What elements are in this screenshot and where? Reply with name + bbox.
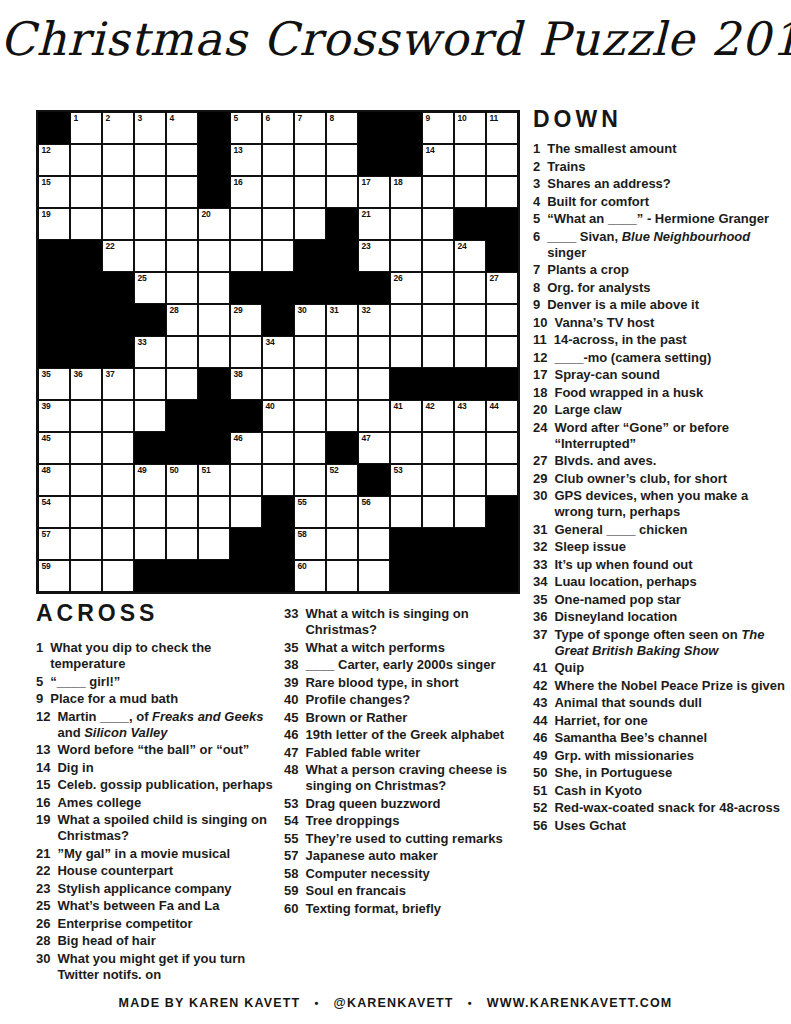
grid-cell[interactable]: 35 — [38, 368, 70, 400]
grid-cell[interactable] — [134, 176, 166, 208]
grid-cell[interactable]: 45 — [38, 432, 70, 464]
cell-number: 50 — [170, 465, 179, 475]
down-clues-section: DOWN 1The smallest amount2Trains3Shares … — [533, 106, 789, 835]
clue-number: 35 — [533, 592, 547, 608]
grid-cell[interactable] — [294, 400, 326, 432]
grid-cell[interactable]: 42 — [422, 400, 454, 432]
grid-cell[interactable] — [134, 368, 166, 400]
clue-text: Drag queen buzzword — [305, 796, 534, 812]
grid-cell[interactable]: 53 — [390, 464, 422, 496]
grid-cell[interactable] — [230, 464, 262, 496]
cell-number: 44 — [490, 401, 499, 411]
grid-cell[interactable] — [262, 144, 294, 176]
across-clue-list-col2: 33What a witch is singing on Christmas?3… — [284, 606, 534, 918]
grid-cell[interactable] — [422, 464, 454, 496]
grid-cell[interactable]: 2 — [102, 112, 134, 144]
grid-cell[interactable] — [70, 560, 102, 592]
grid-cell[interactable] — [134, 496, 166, 528]
grid-cell[interactable] — [422, 496, 454, 528]
grid-cell[interactable]: 19 — [38, 208, 70, 240]
clue-number: 54 — [284, 813, 298, 829]
footer-bullet: • — [468, 997, 473, 1009]
clue-number: 49 — [533, 748, 547, 764]
grid-cell[interactable] — [294, 432, 326, 464]
clue-down-24: 24Word after “Gone” or before “Interrupt… — [533, 420, 789, 452]
cell-number: 23 — [362, 241, 371, 251]
grid-cell[interactable] — [390, 304, 422, 336]
clue-number: 42 — [533, 678, 547, 694]
grid-cell[interactable] — [134, 144, 166, 176]
cell-number: 22 — [106, 241, 115, 251]
grid-cell[interactable]: 55 — [294, 496, 326, 528]
across-clue-list-col1: 1What you dip to check the temperature5“… — [36, 640, 286, 984]
clue-across-22: 22House counterpart — [36, 863, 286, 879]
cell-number: 10 — [458, 113, 467, 123]
grid-cell[interactable] — [102, 144, 134, 176]
grid-cell[interactable] — [454, 464, 486, 496]
cell-number: 17 — [362, 177, 371, 187]
cell-number: 31 — [330, 305, 339, 315]
clue-across-35: 35What a witch performs — [284, 640, 534, 656]
clue-across-9: 9Place for a mud bath — [36, 691, 286, 707]
clue-number: 34 — [533, 574, 547, 590]
grid-cell[interactable] — [262, 176, 294, 208]
grid-cell[interactable] — [294, 368, 326, 400]
clue-text: Blvds. and aves. — [554, 453, 789, 469]
grid-cell[interactable]: 20 — [198, 208, 230, 240]
cell-number: 9 — [426, 113, 430, 123]
grid-cell[interactable] — [454, 336, 486, 368]
clue-down-43: 43Animal that sounds dull — [533, 695, 789, 711]
clue-text: Grp. with missionaries — [554, 748, 789, 764]
grid-cell[interactable]: 51 — [198, 464, 230, 496]
grid-cell[interactable]: 16 — [230, 176, 262, 208]
grid-cell[interactable] — [454, 496, 486, 528]
clue-text: ____ Sivan, Blue Neighbourhood singer — [547, 229, 789, 261]
grid-cell[interactable]: 12 — [38, 144, 70, 176]
clue-number: 33 — [533, 557, 547, 573]
footer-made-by: MADE BY KAREN KAVETT — [119, 996, 301, 1010]
grid-cell-black — [294, 240, 326, 272]
grid-cell[interactable]: 48 — [38, 464, 70, 496]
clue-across-14: 14Dig in — [36, 760, 286, 776]
grid-cell[interactable] — [198, 528, 230, 560]
grid-cell[interactable]: 25 — [134, 272, 166, 304]
clue-text: She, in Portuguese — [554, 765, 789, 781]
grid-cell-black — [262, 496, 294, 528]
footer-website: WWW.KARENKAVETT.COM — [487, 996, 673, 1010]
grid-cell[interactable]: 60 — [294, 560, 326, 592]
grid-cell[interactable] — [198, 336, 230, 368]
cell-number: 28 — [170, 305, 179, 315]
grid-cell[interactable] — [294, 336, 326, 368]
grid-cell[interactable]: 5 — [230, 112, 262, 144]
grid-cell[interactable] — [166, 144, 198, 176]
clue-text: What’s between Fa and La — [57, 898, 286, 914]
grid-cell-black — [198, 368, 230, 400]
cell-number: 7 — [298, 113, 302, 123]
clue-number: 56 — [533, 818, 547, 834]
clue-text: Trains — [547, 159, 789, 175]
grid-cell[interactable]: 8 — [326, 112, 358, 144]
clue-number: 22 — [36, 863, 50, 879]
grid-cell[interactable] — [422, 432, 454, 464]
grid-cell[interactable] — [294, 208, 326, 240]
grid-cell[interactable]: 57 — [38, 528, 70, 560]
grid-cell[interactable] — [102, 208, 134, 240]
clue-across-38: 38____ Carter, early 2000s singer — [284, 657, 534, 673]
clue-across-33: 33What a witch is singing on Christmas? — [284, 606, 534, 638]
grid-cell[interactable] — [390, 496, 422, 528]
grid-cell[interactable] — [166, 208, 198, 240]
grid-cell-black — [390, 144, 422, 176]
grid-cell-black — [102, 336, 134, 368]
clue-text: Texting format, briefly — [305, 901, 534, 917]
cell-number: 29 — [234, 305, 243, 315]
grid-cell[interactable] — [166, 496, 198, 528]
grid-cell-black — [326, 208, 358, 240]
grid-cell[interactable] — [102, 464, 134, 496]
grid-cell[interactable] — [294, 144, 326, 176]
clue-text: Tree droppings — [305, 813, 534, 829]
grid-cell[interactable] — [486, 432, 518, 464]
grid-cell[interactable]: 1 — [70, 112, 102, 144]
clue-number: 11 — [533, 332, 547, 348]
grid-cell[interactable]: 56 — [358, 496, 390, 528]
grid-cell[interactable] — [486, 336, 518, 368]
grid-cell[interactable] — [102, 496, 134, 528]
grid-cell[interactable]: 18 — [390, 176, 422, 208]
cell-number: 60 — [298, 561, 307, 571]
grid-cell-black — [390, 368, 422, 400]
grid-cell[interactable] — [198, 304, 230, 336]
grid-cell[interactable]: 34 — [262, 336, 294, 368]
grid-cell[interactable]: 47 — [358, 432, 390, 464]
clue-across-23: 23Stylish applicance company — [36, 881, 286, 897]
clue-number: 28 — [36, 933, 50, 949]
clue-number: 1 — [533, 141, 540, 157]
cell-number: 46 — [234, 433, 243, 443]
grid-cell[interactable] — [326, 176, 358, 208]
grid-cell[interactable]: 46 — [230, 432, 262, 464]
grid-cell[interactable]: 24 — [454, 240, 486, 272]
clue-down-41: 41Quip — [533, 660, 789, 676]
grid-cell[interactable] — [358, 560, 390, 592]
clue-down-29: 29Club owner’s club, for short — [533, 471, 789, 487]
clue-number: 5 — [533, 211, 540, 227]
grid-cell[interactable] — [166, 176, 198, 208]
grid-cell[interactable] — [326, 336, 358, 368]
grid-cell-black — [486, 368, 518, 400]
grid-cell[interactable]: 23 — [358, 240, 390, 272]
grid-cell[interactable] — [166, 272, 198, 304]
clue-text: Japanese auto maker — [305, 848, 534, 864]
grid-cell[interactable]: 30 — [294, 304, 326, 336]
grid-cell-black — [70, 336, 102, 368]
cell-number: 35 — [42, 369, 51, 379]
clue-text: Enterprise competitor — [57, 916, 286, 932]
grid-cell[interactable]: 4 — [166, 112, 198, 144]
grid-cell[interactable] — [454, 144, 486, 176]
grid-cell[interactable] — [102, 560, 134, 592]
grid-cell[interactable] — [134, 208, 166, 240]
clue-across-19: 19What a spoiled child is singing on Chr… — [36, 812, 286, 844]
grid-cell[interactable] — [102, 432, 134, 464]
grid-cell[interactable] — [230, 240, 262, 272]
grid-cell[interactable] — [486, 464, 518, 496]
grid-cell[interactable] — [134, 240, 166, 272]
grid-cell[interactable] — [390, 336, 422, 368]
grid-cell[interactable]: 26 — [390, 272, 422, 304]
grid-cell[interactable] — [230, 336, 262, 368]
grid-cell[interactable] — [262, 208, 294, 240]
grid-cell[interactable] — [70, 176, 102, 208]
clue-number: 46 — [284, 727, 298, 743]
grid-cell[interactable] — [70, 496, 102, 528]
grid-cell[interactable]: 3 — [134, 112, 166, 144]
grid-cell[interactable] — [454, 272, 486, 304]
grid-cell[interactable] — [326, 560, 358, 592]
clue-across-15: 15Celeb. gossip publication, perhaps — [36, 777, 286, 793]
grid-cell[interactable] — [454, 176, 486, 208]
clue-number: 53 — [284, 796, 298, 812]
clue-text: GPS devices, when you make a wrong turn,… — [554, 488, 789, 520]
grid-cell[interactable] — [486, 176, 518, 208]
clue-across-45: 45Brown or Rather — [284, 710, 534, 726]
grid-cell-black — [38, 272, 70, 304]
clue-text: What a person craving cheese is singing … — [305, 762, 534, 794]
grid-cell[interactable] — [390, 432, 422, 464]
grid-cell[interactable]: 44 — [486, 400, 518, 432]
grid-cell-black — [422, 560, 454, 592]
clue-number: 29 — [533, 471, 547, 487]
grid-cell[interactable] — [422, 304, 454, 336]
grid-cell[interactable]: 17 — [358, 176, 390, 208]
grid-cell[interactable]: 15 — [38, 176, 70, 208]
grid-cell[interactable] — [70, 464, 102, 496]
grid-cell[interactable] — [486, 304, 518, 336]
grid-cell-black — [454, 560, 486, 592]
grid-cell[interactable] — [390, 240, 422, 272]
clue-number: 12 — [533, 350, 547, 366]
cell-number: 49 — [138, 465, 147, 475]
grid-cell[interactable]: 21 — [358, 208, 390, 240]
grid-cell[interactable]: 39 — [38, 400, 70, 432]
grid-cell[interactable] — [326, 400, 358, 432]
grid-cell[interactable] — [326, 368, 358, 400]
clue-across-57: 57Japanese auto maker — [284, 848, 534, 864]
grid-cell[interactable]: 38 — [230, 368, 262, 400]
clue-down-6: 6____ Sivan, Blue Neighbourhood singer — [533, 229, 789, 261]
grid-cell-black — [230, 272, 262, 304]
grid-cell[interactable] — [326, 528, 358, 560]
clue-text: Org. for analysts — [547, 280, 789, 296]
grid-cell[interactable]: 49 — [134, 464, 166, 496]
grid-cell[interactable] — [102, 176, 134, 208]
grid-cell[interactable]: 14 — [422, 144, 454, 176]
grid-cell[interactable]: 29 — [230, 304, 262, 336]
grid-cell-black — [38, 336, 70, 368]
grid-cell[interactable]: 28 — [166, 304, 198, 336]
clue-across-13: 13Word before “the ball” or “out” — [36, 742, 286, 758]
clue-across-26: 26Enterprise competitor — [36, 916, 286, 932]
grid-cell[interactable] — [454, 432, 486, 464]
grid-cell[interactable]: 6 — [262, 112, 294, 144]
cell-number: 6 — [266, 113, 270, 123]
grid-cell[interactable] — [166, 240, 198, 272]
grid-cell[interactable] — [102, 400, 134, 432]
grid-cell[interactable]: 27 — [486, 272, 518, 304]
cell-number: 30 — [298, 305, 307, 315]
grid-cell[interactable] — [166, 528, 198, 560]
grid-cell[interactable] — [326, 144, 358, 176]
grid-cell[interactable] — [262, 240, 294, 272]
clue-number: 45 — [284, 710, 298, 726]
clue-text: Word before “the ball” or “out” — [57, 742, 286, 758]
grid-cell[interactable]: 33 — [134, 336, 166, 368]
grid-cell[interactable] — [422, 240, 454, 272]
clue-down-20: 20Large claw — [533, 402, 789, 418]
clue-number: 35 — [284, 640, 298, 656]
clue-number: 31 — [533, 522, 547, 538]
grid-cell[interactable]: 31 — [326, 304, 358, 336]
grid-cell[interactable] — [70, 208, 102, 240]
grid-cell[interactable]: 10 — [454, 112, 486, 144]
grid-cell[interactable] — [262, 368, 294, 400]
clue-number: 58 — [284, 866, 298, 882]
cell-number: 34 — [266, 337, 275, 347]
grid-cell-black — [102, 304, 134, 336]
clue-text: ____-mo (camera setting) — [554, 350, 789, 366]
grid-cell[interactable] — [70, 528, 102, 560]
grid-cell[interactable] — [70, 400, 102, 432]
grid-cell[interactable] — [134, 528, 166, 560]
grid-cell[interactable] — [422, 336, 454, 368]
clue-text: Spray-can sound — [554, 367, 789, 383]
cell-number: 15 — [42, 177, 51, 187]
clue-text: Place for a mud bath — [50, 691, 286, 707]
clue-text: What you might get if you turn Twitter n… — [57, 951, 286, 983]
grid-cell-black — [486, 240, 518, 272]
clue-number: 1 — [36, 640, 43, 656]
grid-cell[interactable] — [262, 432, 294, 464]
grid-cell-black — [70, 272, 102, 304]
clue-down-2: 2Trains — [533, 159, 789, 175]
grid-cell-black — [358, 112, 390, 144]
grid-cell[interactable] — [390, 208, 422, 240]
grid-cell[interactable]: 13 — [230, 144, 262, 176]
grid-cell[interactable] — [358, 400, 390, 432]
grid-cell[interactable]: 32 — [358, 304, 390, 336]
grid-cell-black — [198, 176, 230, 208]
grid-cell[interactable]: 59 — [38, 560, 70, 592]
clue-across-40: 40Profile changes? — [284, 692, 534, 708]
grid-cell[interactable]: 7 — [294, 112, 326, 144]
grid-cell[interactable] — [166, 336, 198, 368]
clue-text: Word after “Gone” or before “Interrupted… — [554, 420, 789, 452]
grid-cell[interactable] — [358, 368, 390, 400]
cell-number: 21 — [362, 209, 371, 219]
grid-cell[interactable] — [358, 528, 390, 560]
grid-cell[interactable] — [134, 400, 166, 432]
grid-cell[interactable] — [230, 496, 262, 528]
grid-cell[interactable]: 22 — [102, 240, 134, 272]
grid-cell[interactable] — [70, 432, 102, 464]
grid-cell[interactable] — [198, 240, 230, 272]
grid-cell[interactable]: 9 — [422, 112, 454, 144]
grid-cell[interactable]: 58 — [294, 528, 326, 560]
grid-cell[interactable] — [102, 528, 134, 560]
cell-number: 55 — [298, 497, 307, 507]
grid-cell[interactable] — [70, 144, 102, 176]
grid-cell[interactable] — [486, 144, 518, 176]
grid-cell[interactable]: 11 — [486, 112, 518, 144]
clue-down-3: 3Shares an address? — [533, 176, 789, 192]
grid-cell[interactable] — [454, 304, 486, 336]
grid-cell-black — [422, 528, 454, 560]
grid-cell-black — [422, 368, 454, 400]
grid-cell[interactable]: 36 — [70, 368, 102, 400]
grid-cell-black — [134, 560, 166, 592]
grid-cell[interactable]: 41 — [390, 400, 422, 432]
grid-cell[interactable] — [230, 208, 262, 240]
clue-text: Samantha Bee’s channel — [554, 730, 789, 746]
grid-cell[interactable]: 54 — [38, 496, 70, 528]
grid-cell[interactable] — [198, 496, 230, 528]
grid-cell-black — [358, 272, 390, 304]
grid-cell[interactable]: 43 — [454, 400, 486, 432]
grid-cell-black — [38, 112, 70, 144]
cell-number: 53 — [394, 465, 403, 475]
clue-text: They’re used to cutting remarks — [305, 831, 534, 847]
grid-cell[interactable] — [294, 176, 326, 208]
grid-cell[interactable] — [422, 272, 454, 304]
cell-number: 13 — [234, 145, 243, 155]
clue-number: 13 — [36, 742, 50, 758]
grid-cell-black — [262, 304, 294, 336]
footer-handle: @KARENKAVETT — [334, 996, 454, 1010]
grid-cell[interactable] — [166, 368, 198, 400]
grid-cell[interactable] — [198, 272, 230, 304]
grid-cell[interactable]: 52 — [326, 464, 358, 496]
grid-cell[interactable] — [358, 336, 390, 368]
clue-number: 39 — [284, 675, 298, 691]
clue-number: 8 — [533, 280, 540, 296]
grid-cell-black — [454, 368, 486, 400]
grid-cell-black — [326, 432, 358, 464]
clue-number: 30 — [36, 951, 50, 967]
clue-across-39: 39Rare blood type, in short — [284, 675, 534, 691]
clue-number: 6 — [533, 229, 540, 245]
grid-cell[interactable] — [294, 464, 326, 496]
grid-cell[interactable]: 50 — [166, 464, 198, 496]
grid-cell[interactable] — [326, 496, 358, 528]
clue-number: 2 — [533, 159, 540, 175]
clue-number: 9 — [533, 297, 540, 313]
clue-down-50: 50She, in Portuguese — [533, 765, 789, 781]
clue-text: Fabled fable writer — [305, 745, 534, 761]
grid-cell-black — [230, 560, 262, 592]
cell-number: 24 — [458, 241, 467, 251]
grid-cell[interactable]: 37 — [102, 368, 134, 400]
grid-cell[interactable] — [422, 208, 454, 240]
grid-cell[interactable] — [422, 176, 454, 208]
cell-number: 58 — [298, 529, 307, 539]
grid-cell[interactable] — [262, 464, 294, 496]
clue-text: Vanna’s TV host — [554, 315, 789, 331]
clue-number: 40 — [284, 692, 298, 708]
grid-cell[interactable]: 40 — [262, 400, 294, 432]
